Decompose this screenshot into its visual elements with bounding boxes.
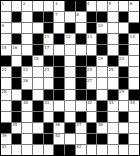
white-cell-r6-c4[interactable]: 18 — [33, 56, 43, 66]
white-cell-r1-c3[interactable]: 2 — [22, 1, 32, 11]
black-cell-r3-c7 — [65, 23, 75, 33]
black-cell-r4-c10 — [97, 34, 107, 44]
black-cell-r12-c5 — [44, 123, 54, 133]
white-cell-r7-c7[interactable] — [65, 67, 75, 77]
black-cell-r11-c2 — [12, 112, 22, 122]
white-cell-r5-c1[interactable]: 15 — [1, 45, 11, 55]
white-cell-r9-c4[interactable] — [33, 90, 43, 100]
white-cell-r1-c13[interactable]: 6 — [129, 1, 139, 11]
clue-number-10: 10 — [98, 23, 103, 28]
white-cell-r5-c6[interactable] — [54, 45, 64, 55]
white-cell-r7-c4[interactable] — [33, 67, 43, 77]
white-cell-r8-c7[interactable] — [65, 78, 75, 88]
white-cell-r4-c1[interactable] — [1, 34, 11, 44]
black-cell-r9-c6 — [54, 90, 64, 100]
white-cell-r2-c6[interactable]: 7 — [54, 12, 64, 22]
white-cell-r12-c11[interactable] — [108, 123, 118, 133]
clue-number-32: 32 — [87, 100, 92, 105]
white-cell-r10-c1[interactable] — [1, 101, 11, 111]
white-cell-r14-c8[interactable]: 42 — [76, 145, 86, 155]
clue-number-9: 9 — [2, 23, 5, 28]
white-cell-r7-c10[interactable] — [97, 67, 107, 77]
clue-number-7: 7 — [55, 12, 58, 17]
clue-number-21: 21 — [2, 67, 7, 72]
clue-number-12: 12 — [66, 34, 71, 39]
clue-number-39: 39 — [2, 133, 7, 138]
white-cell-r14-c12[interactable] — [119, 145, 129, 155]
white-cell-r5-c13[interactable] — [129, 45, 139, 55]
white-cell-r14-c4[interactable] — [33, 145, 43, 155]
white-cell-r6-c12[interactable]: 20 — [119, 56, 129, 66]
white-cell-r7-c3[interactable]: 22 — [22, 67, 32, 77]
white-cell-r1-c2[interactable] — [12, 1, 22, 11]
clue-number-20: 20 — [119, 56, 124, 61]
white-cell-r12-c6[interactable]: 36 — [54, 123, 64, 133]
black-cell-r2-c12 — [119, 12, 129, 22]
clue-number-22: 22 — [23, 67, 28, 72]
black-cell-r7-c2 — [12, 67, 22, 77]
white-cell-r12-c3[interactable] — [22, 123, 32, 133]
black-cell-r6-c1 — [1, 56, 11, 66]
white-cell-r2-c13[interactable] — [129, 12, 139, 22]
white-cell-r3-c6[interactable] — [54, 23, 64, 33]
white-cell-r6-c10[interactable]: 19 — [97, 56, 107, 66]
white-cell-r10-c3[interactable]: 30 — [22, 101, 32, 111]
white-cell-r1-c9[interactable]: 4 — [87, 1, 97, 11]
white-cell-r5-c8[interactable] — [76, 45, 86, 55]
black-cell-r7-c6 — [54, 67, 64, 77]
white-cell-r9-c2[interactable] — [12, 90, 22, 100]
white-cell-r14-c1[interactable]: 41 — [1, 145, 11, 155]
white-cell-r9-c7[interactable] — [65, 90, 75, 100]
clue-number-31: 31 — [44, 100, 49, 105]
black-cell-r6-c8 — [76, 56, 86, 66]
black-cell-r2-c5 — [44, 12, 54, 22]
black-cell-r1-c7 — [65, 1, 75, 11]
clue-number-37: 37 — [76, 122, 81, 127]
white-cell-r12-c12[interactable] — [119, 123, 129, 133]
white-cell-r3-c12[interactable] — [119, 23, 129, 33]
white-cell-r4-c7[interactable]: 12 — [65, 34, 75, 44]
white-cell-r6-c7[interactable] — [65, 56, 75, 66]
white-cell-r3-c4[interactable] — [33, 23, 43, 33]
white-cell-r3-c8[interactable] — [76, 23, 86, 33]
clue-number-25: 25 — [108, 67, 113, 72]
white-cell-r13-c3[interactable] — [22, 134, 32, 144]
black-cell-r14-c6 — [54, 145, 64, 155]
white-cell-r14-c10[interactable] — [97, 145, 107, 155]
black-cell-r13-c4 — [33, 134, 43, 144]
black-cell-r10-c10 — [97, 101, 107, 111]
black-cell-r14-c7 — [65, 145, 75, 155]
black-cell-r8-c2 — [12, 78, 22, 88]
white-cell-r10-c13[interactable]: 34 — [129, 101, 139, 111]
black-cell-r11-c10 — [97, 112, 107, 122]
white-cell-r4-c13[interactable]: 14 — [129, 34, 139, 44]
black-cell-r7-c8 — [76, 67, 86, 77]
white-cell-r10-c9[interactable]: 32 — [87, 101, 97, 111]
black-cell-r9-c3 — [22, 90, 32, 100]
black-cell-r4-c6 — [54, 34, 64, 44]
white-cell-r10-c12[interactable] — [119, 101, 129, 111]
black-cell-r11-c8 — [76, 112, 86, 122]
white-cell-r2-c3[interactable] — [22, 12, 32, 22]
white-cell-r2-c1[interactable] — [1, 12, 11, 22]
white-cell-r10-c5[interactable]: 31 — [44, 101, 54, 111]
white-cell-r1-c12[interactable] — [119, 1, 129, 11]
black-cell-r4-c8 — [76, 34, 86, 44]
white-cell-r13-c1[interactable]: 39 — [1, 134, 11, 144]
white-cell-r12-c4[interactable] — [33, 123, 43, 133]
white-cell-r12-c10[interactable]: 38 — [97, 123, 107, 133]
black-cell-r2-c9 — [87, 12, 97, 22]
black-cell-r6-c5 — [44, 56, 54, 66]
white-cell-r4-c3[interactable] — [22, 34, 32, 44]
white-cell-r4-c11[interactable] — [108, 34, 118, 44]
black-cell-r13-c10 — [97, 134, 107, 144]
white-cell-r5-c7[interactable] — [65, 45, 75, 55]
white-cell-r3-c1[interactable]: 9 — [1, 23, 11, 33]
clue-number-35: 35 — [12, 122, 17, 127]
black-cell-r13-c9 — [87, 134, 97, 144]
black-cell-r10-c2 — [12, 101, 22, 111]
black-cell-r5-c12 — [119, 45, 129, 55]
white-cell-r13-c8[interactable] — [76, 134, 86, 144]
clue-number-33: 33 — [108, 100, 113, 105]
black-cell-r6-c9 — [87, 56, 97, 66]
clue-number-5: 5 — [108, 1, 111, 6]
white-cell-r3-c10[interactable]: 10 — [97, 23, 107, 33]
clue-number-36: 36 — [55, 122, 60, 127]
white-cell-r2-c11[interactable] — [108, 12, 118, 22]
clue-number-8: 8 — [76, 12, 79, 17]
white-cell-r8-c13[interactable] — [129, 78, 139, 88]
white-cell-r10-c11[interactable]: 33 — [108, 101, 118, 111]
black-cell-r3-c13 — [129, 23, 139, 33]
clue-number-16: 16 — [12, 45, 17, 50]
white-cell-r3-c11[interactable] — [108, 23, 118, 33]
white-cell-r13-c7[interactable] — [65, 134, 75, 144]
black-cell-r12-c9 — [87, 123, 97, 133]
white-cell-r5-c9[interactable] — [87, 45, 97, 55]
white-cell-r3-c3[interactable] — [22, 23, 32, 33]
white-cell-r11-c3[interactable] — [22, 112, 32, 122]
black-cell-r8-c6 — [54, 78, 64, 88]
clue-number-2: 2 — [23, 1, 26, 6]
black-cell-r9-c11 — [108, 90, 118, 100]
clue-number-41: 41 — [2, 144, 7, 149]
clue-number-28: 28 — [2, 89, 7, 94]
black-cell-r6-c3 — [22, 56, 32, 66]
white-cell-r6-c2[interactable] — [12, 56, 22, 66]
white-cell-r1-c1[interactable]: 1 — [1, 1, 11, 11]
clue-number-6: 6 — [130, 1, 133, 6]
white-cell-r7-c5[interactable]: 23 — [44, 67, 54, 77]
clue-number-13: 13 — [87, 34, 92, 39]
clue-number-29: 29 — [119, 89, 124, 94]
white-cell-r11-c9[interactable] — [87, 112, 97, 122]
white-cell-r12-c2[interactable]: 35 — [12, 123, 22, 133]
white-cell-r10-c7[interactable] — [65, 101, 75, 111]
clue-number-15: 15 — [2, 45, 7, 50]
black-cell-r13-c5 — [44, 134, 54, 144]
black-cell-r5-c10 — [97, 45, 107, 55]
clue-number-34: 34 — [130, 100, 135, 105]
black-cell-r4-c2 — [12, 34, 22, 44]
white-cell-r8-c11[interactable] — [108, 78, 118, 88]
white-cell-r1-c4[interactable] — [33, 1, 43, 11]
white-cell-r11-c5[interactable] — [44, 112, 54, 122]
white-cell-r1-c6[interactable]: 3 — [54, 1, 64, 11]
white-cell-r7-c13[interactable] — [129, 67, 139, 77]
white-cell-r14-c11[interactable] — [108, 145, 118, 155]
black-cell-r1-c8 — [76, 1, 86, 11]
black-cell-r11-c6 — [54, 112, 64, 122]
black-cell-r6-c6 — [54, 56, 64, 66]
black-cell-r2-c4 — [33, 12, 43, 22]
clue-number-23: 23 — [44, 67, 49, 72]
black-cell-r8-c8 — [76, 78, 86, 88]
black-cell-r3-c9 — [87, 23, 97, 33]
white-cell-r14-c5[interactable] — [44, 145, 54, 155]
white-cell-r5-c11[interactable] — [108, 45, 118, 55]
white-cell-r9-c12[interactable]: 29 — [119, 90, 129, 100]
black-cell-r5-c4 — [33, 45, 43, 55]
white-cell-r9-c10[interactable] — [97, 90, 107, 100]
white-cell-r1-c5[interactable] — [44, 1, 54, 11]
white-cell-r2-c7[interactable] — [65, 12, 75, 22]
clue-number-40: 40 — [55, 133, 60, 138]
white-cell-r8-c3[interactable]: 26 — [22, 78, 32, 88]
clue-number-18: 18 — [34, 56, 39, 61]
black-cell-r4-c12 — [119, 34, 129, 44]
white-cell-r4-c5[interactable]: 11 — [44, 34, 54, 44]
white-cell-r11-c13[interactable] — [129, 112, 139, 122]
white-cell-r8-c9[interactable]: 27 — [87, 78, 97, 88]
white-cell-r12-c8[interactable]: 37 — [76, 123, 86, 133]
clue-number-17: 17 — [44, 45, 49, 50]
black-cell-r13-c2 — [12, 134, 22, 144]
black-cell-r9-c9 — [87, 90, 97, 100]
white-cell-r8-c1[interactable] — [1, 78, 11, 88]
white-cell-r9-c1[interactable]: 28 — [1, 90, 11, 100]
black-cell-r9-c13 — [129, 90, 139, 100]
black-cell-r8-c12 — [119, 78, 129, 88]
white-cell-r14-c13[interactable] — [129, 145, 139, 155]
white-cell-r13-c6[interactable]: 40 — [54, 134, 64, 144]
white-cell-r14-c2[interactable] — [12, 145, 22, 155]
white-cell-r8-c5[interactable] — [44, 78, 54, 88]
clue-number-11: 11 — [44, 34, 49, 39]
crossword-board: 1234567891011121314151617181920212223242… — [0, 0, 140, 156]
clue-number-42: 42 — [76, 144, 81, 149]
black-cell-r4-c4 — [33, 34, 43, 44]
white-cell-r8-c10[interactable] — [97, 78, 107, 88]
white-cell-r13-c13[interactable] — [129, 134, 139, 144]
black-cell-r2-c10 — [97, 12, 107, 22]
white-cell-r11-c7[interactable] — [65, 112, 75, 122]
black-cell-r6-c11 — [108, 56, 118, 66]
white-cell-r10-c8[interactable] — [76, 101, 86, 111]
clue-number-27: 27 — [87, 78, 92, 83]
white-cell-r3-c2[interactable] — [12, 23, 22, 33]
clue-number-3: 3 — [55, 1, 58, 6]
clue-number-19: 19 — [98, 56, 103, 61]
clue-number-1: 1 — [2, 1, 5, 6]
white-cell-r14-c9[interactable] — [87, 145, 97, 155]
black-cell-r13-c12 — [119, 134, 129, 144]
black-cell-r10-c4 — [33, 101, 43, 111]
white-cell-r2-c8[interactable]: 8 — [76, 12, 86, 22]
white-cell-r7-c9[interactable]: 24 — [87, 67, 97, 77]
black-cell-r12-c7 — [65, 123, 75, 133]
black-cell-r7-c12 — [119, 67, 129, 77]
black-cell-r9-c8 — [76, 90, 86, 100]
white-cell-r14-c3[interactable] — [22, 145, 32, 155]
clue-number-38: 38 — [98, 122, 103, 127]
white-cell-r5-c2[interactable]: 16 — [12, 45, 22, 55]
clue-number-24: 24 — [87, 67, 92, 72]
clue-number-26: 26 — [23, 78, 28, 83]
white-cell-r12-c13[interactable] — [129, 123, 139, 133]
white-cell-r6-c13[interactable] — [129, 56, 139, 66]
black-cell-r2-c2 — [12, 12, 22, 22]
black-cell-r12-c1 — [1, 123, 11, 133]
white-cell-r1-c10[interactable] — [97, 1, 107, 11]
white-cell-r4-c9[interactable]: 13 — [87, 34, 97, 44]
white-cell-r8-c4[interactable] — [33, 78, 43, 88]
white-cell-r7-c11[interactable]: 25 — [108, 67, 118, 77]
clue-number-14: 14 — [130, 34, 135, 39]
white-cell-r13-c11[interactable] — [108, 134, 118, 144]
white-cell-r5-c5[interactable]: 17 — [44, 45, 54, 55]
white-cell-r7-c1[interactable]: 21 — [1, 67, 11, 77]
black-cell-r9-c5 — [44, 90, 54, 100]
white-cell-r11-c1[interactable] — [1, 112, 11, 122]
clue-number-4: 4 — [87, 1, 90, 6]
white-cell-r1-c11[interactable]: 5 — [108, 1, 118, 11]
clue-number-30: 30 — [23, 100, 28, 105]
white-cell-r11-c11[interactable] — [108, 112, 118, 122]
white-cell-r5-c3[interactable] — [22, 45, 32, 55]
black-cell-r3-c5 — [44, 23, 54, 33]
black-cell-r11-c4 — [33, 112, 43, 122]
white-cell-r10-c6[interactable] — [54, 101, 64, 111]
black-cell-r11-c12 — [119, 112, 129, 122]
